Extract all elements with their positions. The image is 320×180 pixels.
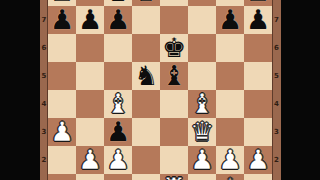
square-a2 [48,146,76,174]
square-h4 [244,90,272,118]
square-f7 [188,6,216,34]
rank-label-right-1: 1 [272,174,281,180]
square-a3: ♟ [48,118,76,146]
square-e6: ♚ [160,34,188,62]
rank-label-left-4: 4 [40,90,48,118]
piece-black-pawn: ♟ [246,6,270,34]
piece-white-pawn: ♟ [246,146,270,174]
piece-white-pawn: ♟ [50,118,74,146]
rank-label-left-5: 5 [40,62,48,90]
square-a4 [48,90,76,118]
piece-black-pawn: ♟ [78,6,102,34]
rank-label-right-3: 3 [272,118,281,146]
rank-label-left-2: 2 [40,146,48,174]
square-g1: ♚ [216,174,244,180]
square-h3 [244,118,272,146]
piece-black-knight: ♞ [134,62,158,90]
piece-white-queen: ♛ [190,118,214,146]
square-d7 [132,6,160,34]
square-d3 [132,118,160,146]
rank-label-right-7: 7 [272,6,281,34]
square-c7: ♟ [104,6,132,34]
piece-black-bishop: ♝ [162,62,186,90]
square-d6 [132,34,160,62]
square-c1 [104,174,132,180]
square-d1 [132,174,160,180]
rank-label-right-4: 4 [272,90,281,118]
rank-labels-left: 87654321 [40,0,48,180]
piece-black-pawn: ♟ [106,6,130,34]
square-f6 [188,34,216,62]
square-b2: ♟ [76,146,104,174]
piece-white-king: ♚ [218,174,242,180]
square-b6 [76,34,104,62]
square-e3 [160,118,188,146]
square-f1 [188,174,216,180]
square-f2: ♟ [188,146,216,174]
piece-white-pawn: ♟ [106,146,130,174]
rank-label-right-5: 5 [272,62,281,90]
rank-labels-right: 87654321 [272,0,281,180]
square-h6 [244,34,272,62]
square-e5: ♝ [160,62,188,90]
square-e2 [160,146,188,174]
square-b3 [76,118,104,146]
square-e4 [160,90,188,118]
square-f5 [188,62,216,90]
square-g7: ♟ [216,6,244,34]
piece-white-rook: ♜ [162,174,186,180]
square-d5: ♞ [132,62,160,90]
square-a6 [48,34,76,62]
square-h1 [244,174,272,180]
board-grid: ♜♝♛♜♟♟♟♟♟♚♞♝♝♝♟♟♛♟♟♟♟♟♜♚ [48,0,272,180]
square-b5 [76,62,104,90]
square-g5 [216,62,244,90]
square-h7: ♟ [244,6,272,34]
rank-label-left-6: 6 [40,34,48,62]
piece-white-bishop: ♝ [106,90,130,118]
chess-board: 87654321 ♜♝♛♜♟♟♟♟♟♚♞♝♝♝♟♟♛♟♟♟♟♟♜♚ 876543… [40,0,281,180]
square-e7 [160,6,188,34]
letterbox-left [0,0,40,180]
piece-white-pawn: ♟ [218,146,242,174]
square-f3: ♛ [188,118,216,146]
square-b7: ♟ [76,6,104,34]
rank-label-right-6: 6 [272,34,281,62]
square-g4 [216,90,244,118]
square-g6 [216,34,244,62]
square-c4: ♝ [104,90,132,118]
piece-black-king: ♚ [162,34,186,62]
rank-label-left-3: 3 [40,118,48,146]
square-a7: ♟ [48,6,76,34]
square-e1: ♜ [160,174,188,180]
square-c6 [104,34,132,62]
square-h2: ♟ [244,146,272,174]
square-a5 [48,62,76,90]
square-c5 [104,62,132,90]
square-c2: ♟ [104,146,132,174]
square-a1 [48,174,76,180]
piece-black-pawn: ♟ [218,6,242,34]
square-f4: ♝ [188,90,216,118]
square-d2 [132,146,160,174]
letterbox-right [281,0,320,180]
square-c3: ♟ [104,118,132,146]
square-b4 [76,90,104,118]
rank-label-left-7: 7 [40,6,48,34]
square-g2: ♟ [216,146,244,174]
piece-white-pawn: ♟ [190,146,214,174]
square-b1 [76,174,104,180]
piece-white-pawn: ♟ [78,146,102,174]
square-d4 [132,90,160,118]
rank-label-right-2: 2 [272,146,281,174]
video-frame: 87654321 ♜♝♛♜♟♟♟♟♟♚♞♝♝♝♟♟♛♟♟♟♟♟♜♚ 876543… [0,0,320,180]
piece-black-pawn: ♟ [106,118,130,146]
square-g3 [216,118,244,146]
rank-label-left-1: 1 [40,174,48,180]
piece-black-pawn: ♟ [50,6,74,34]
square-h5 [244,62,272,90]
piece-white-bishop: ♝ [190,90,214,118]
